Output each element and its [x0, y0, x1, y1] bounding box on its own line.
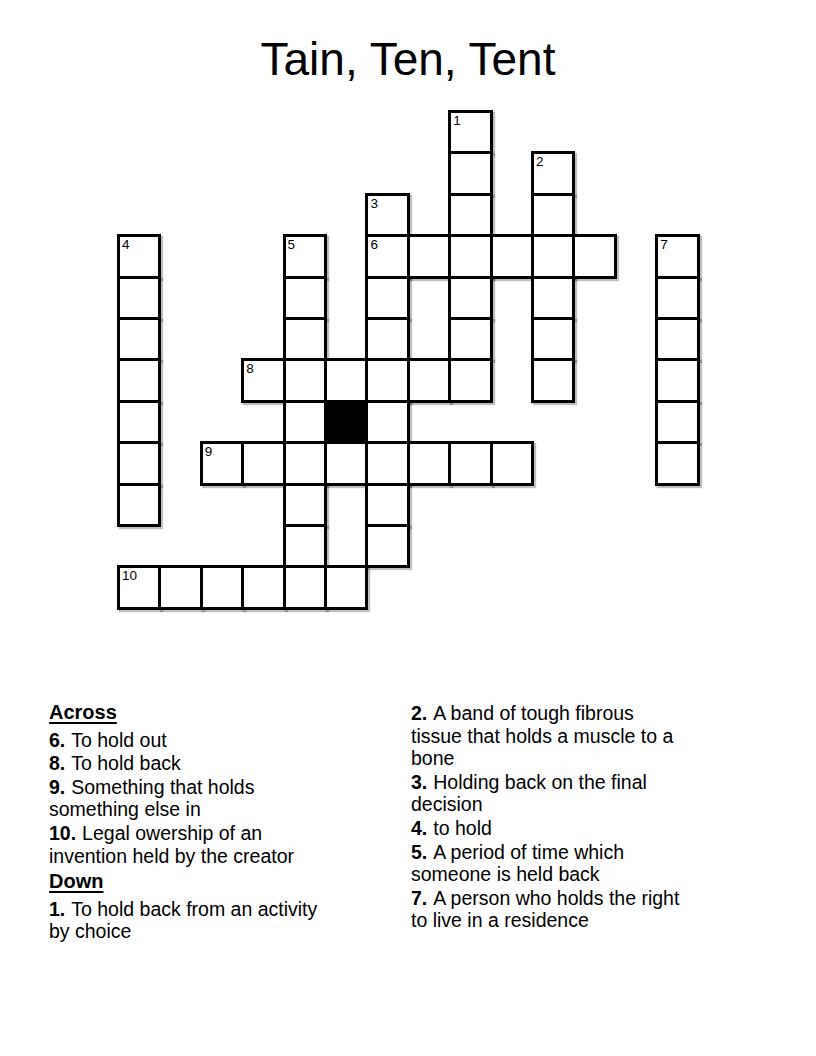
grid-cell[interactable]: [407, 358, 451, 402]
grid-cell[interactable]: [448, 441, 492, 485]
grid-cell[interactable]: [365, 400, 409, 444]
grid-cell[interactable]: [283, 524, 327, 568]
grid-cell[interactable]: [531, 234, 575, 278]
across-header: Across: [49, 701, 397, 724]
clue-text: To hold back from an activity by choice: [49, 898, 317, 943]
grid-cell[interactable]: [324, 565, 368, 609]
clue-text: Something that holds something else in: [49, 776, 254, 821]
clue-number: 3.: [411, 771, 427, 793]
grid-cell[interactable]: [324, 441, 368, 485]
grid-cell[interactable]: [655, 358, 699, 402]
grid-cell[interactable]: [448, 317, 492, 361]
grid-cell[interactable]: [117, 441, 161, 485]
clue-text: Legal owership of an invention held by t…: [49, 822, 294, 867]
grid-cell[interactable]: [490, 441, 534, 485]
puzzle-title: Tain, Ten, Tent: [0, 31, 816, 87]
page: Tain, Ten, Tent 12345678910 Across 6.To …: [0, 0, 816, 1056]
clue-number: 8.: [49, 752, 65, 774]
clues-column-left: Across 6.To hold out8.To hold back9.Some…: [49, 701, 397, 944]
grid-cell[interactable]: 8: [241, 358, 285, 402]
grid-cell[interactable]: [365, 358, 409, 402]
clue-number: 9.: [49, 776, 65, 798]
grid-cell[interactable]: [655, 441, 699, 485]
grid-cell[interactable]: [655, 317, 699, 361]
clue-number: 1.: [49, 898, 65, 920]
grid-cell[interactable]: [407, 441, 451, 485]
grid-cell[interactable]: [200, 565, 244, 609]
across-clues-list: 6.To hold out8.To hold back9.Something t…: [49, 729, 397, 868]
grid-cell[interactable]: 7: [655, 234, 699, 278]
cell-number: 1: [453, 113, 461, 128]
grid-cell[interactable]: [365, 276, 409, 320]
clue-item: 9.Something that holds something else in: [49, 776, 397, 821]
grid-cell[interactable]: [365, 441, 409, 485]
grid-cell[interactable]: 3: [365, 193, 409, 237]
grid-cell[interactable]: 6: [365, 234, 409, 278]
down-header: Down: [49, 870, 397, 893]
grid-cell[interactable]: [283, 358, 327, 402]
clue-number: 10.: [49, 822, 76, 844]
grid-cell[interactable]: [117, 400, 161, 444]
grid-cell[interactable]: [448, 234, 492, 278]
grid-cell[interactable]: [117, 317, 161, 361]
clue-item: 10.Legal owership of an invention held b…: [49, 822, 397, 867]
clue-number: 5.: [411, 841, 427, 863]
grid-cell[interactable]: [158, 565, 202, 609]
clue-item: 1.To hold back from an activity by choic…: [49, 898, 397, 943]
clue-item: 8.To hold back: [49, 752, 397, 775]
clue-item: 5.A period of time which someone is held…: [411, 841, 757, 886]
grid-cell[interactable]: [448, 151, 492, 195]
clue-item: 7.A person who holds the right to live i…: [411, 887, 757, 932]
clue-item: 4.to hold: [411, 817, 757, 840]
grid-cell[interactable]: [365, 524, 409, 568]
clue-text: Holding back on the final decision: [411, 771, 647, 816]
grid-cell[interactable]: 1: [448, 110, 492, 154]
clue-text: A period of time which someone is held b…: [411, 841, 624, 886]
grid-cell[interactable]: [531, 317, 575, 361]
down-clues-list-left: 1.To hold back from an activity by choic…: [49, 898, 397, 943]
grid-cell[interactable]: 4: [117, 234, 161, 278]
grid-cell[interactable]: [117, 358, 161, 402]
grid-cell[interactable]: [241, 565, 285, 609]
grid-cell[interactable]: [283, 276, 327, 320]
cell-number: 4: [122, 237, 130, 252]
grid-cell[interactable]: [407, 234, 451, 278]
grid-cell[interactable]: [448, 358, 492, 402]
grid-cell[interactable]: [283, 483, 327, 527]
cell-number: 3: [370, 196, 378, 211]
clue-text: A band of tough fibrous tissue that hold…: [411, 702, 673, 769]
grid-cell[interactable]: [283, 317, 327, 361]
cell-number: 9: [205, 444, 213, 459]
grid-cell[interactable]: [490, 234, 534, 278]
cell-number: 5: [288, 237, 296, 252]
grid-cell[interactable]: [531, 193, 575, 237]
grid-cell[interactable]: [655, 400, 699, 444]
grid-cell[interactable]: [283, 565, 327, 609]
grid-cell[interactable]: 10: [117, 565, 161, 609]
grid-cell[interactable]: [655, 276, 699, 320]
grid-cell[interactable]: [283, 400, 327, 444]
grid-cell[interactable]: [241, 441, 285, 485]
clue-text: A person who holds the right to live in …: [411, 887, 679, 932]
grid-cell[interactable]: [531, 276, 575, 320]
black-cell: [324, 400, 368, 444]
grid-cell[interactable]: [365, 317, 409, 361]
clue-text: To hold out: [71, 729, 166, 751]
clue-text: To hold back: [71, 752, 181, 774]
clue-number: 7.: [411, 887, 427, 909]
clue-number: 2.: [411, 702, 427, 724]
grid-cell[interactable]: [531, 358, 575, 402]
grid-cell[interactable]: [117, 483, 161, 527]
clue-text: to hold: [433, 817, 492, 839]
clue-item: 6.To hold out: [49, 729, 397, 752]
clue-number: 4.: [411, 817, 427, 839]
cell-number: 8: [246, 361, 254, 376]
clue-item: 2.A band of tough fibrous tissue that ho…: [411, 702, 757, 770]
grid-cell[interactable]: [117, 276, 161, 320]
clue-number: 6.: [49, 729, 65, 751]
cell-number: 7: [660, 237, 668, 252]
grid-cell[interactable]: [324, 358, 368, 402]
grid-cell[interactable]: [572, 234, 616, 278]
grid-cell[interactable]: [283, 441, 327, 485]
grid-cell[interactable]: 2: [531, 151, 575, 195]
grid-cell[interactable]: [448, 276, 492, 320]
clue-item: 3.Holding back on the final decision: [411, 771, 757, 816]
down-clues-list-right: 2.A band of tough fibrous tissue that ho…: [411, 702, 757, 932]
grid-cell[interactable]: 9: [200, 441, 244, 485]
grid-cell[interactable]: 5: [283, 234, 327, 278]
cell-number: 2: [536, 154, 544, 169]
grid-cell[interactable]: [448, 193, 492, 237]
cell-number: 10: [122, 568, 137, 583]
cell-number: 6: [370, 237, 378, 252]
clues-column-right: 2.A band of tough fibrous tissue that ho…: [411, 701, 757, 933]
grid-cell[interactable]: [365, 483, 409, 527]
crossword-grid: 12345678910: [117, 110, 700, 610]
